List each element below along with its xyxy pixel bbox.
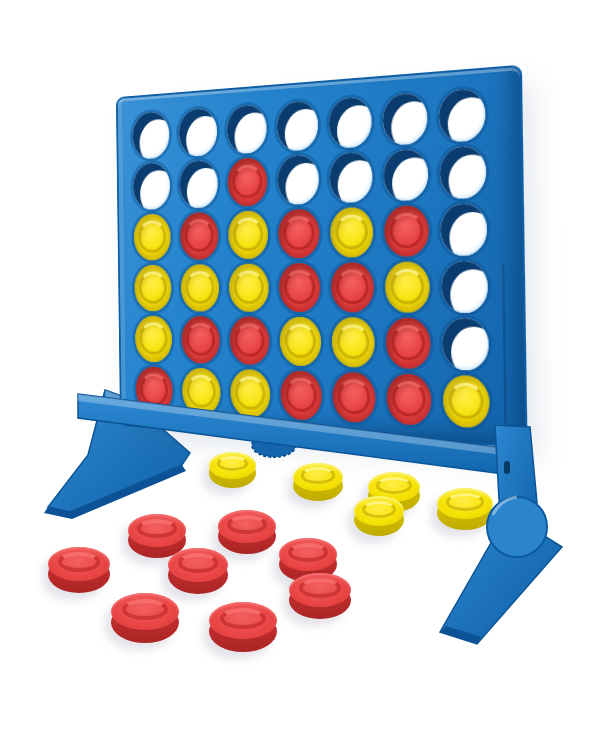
disc-ring (391, 325, 424, 361)
empty-hole (132, 111, 169, 159)
cell-r1c1[interactable] (128, 109, 175, 163)
disc-face (279, 538, 337, 571)
disc-ring (186, 271, 215, 304)
cell-r5c6[interactable] (380, 316, 437, 373)
red-disc (180, 212, 219, 260)
loose-red-disc-6[interactable] (289, 573, 351, 619)
connect-four-photo (0, 0, 600, 745)
empty-hole (277, 100, 319, 151)
cell-r3c4[interactable] (273, 206, 326, 261)
disc-ring (336, 269, 368, 304)
loose-red-disc-4[interactable] (168, 548, 228, 594)
yellow-disc (385, 261, 430, 312)
disc-ring (337, 324, 369, 359)
board-grid (128, 85, 497, 432)
cell-r3c7[interactable] (435, 201, 494, 260)
empty-hole (329, 151, 372, 203)
empty-hole (383, 149, 428, 202)
disc-ring (139, 271, 167, 303)
yellow-disc (332, 317, 375, 368)
red-disc (279, 263, 321, 312)
cell-r4c7[interactable] (436, 258, 495, 316)
disc-ring (233, 164, 263, 198)
disc-ring (299, 578, 341, 597)
cell-r2c1[interactable] (129, 160, 176, 213)
disc-ring (288, 543, 327, 562)
loose-red-disc-7[interactable] (111, 593, 179, 643)
disc-face (168, 548, 228, 582)
disc-face (209, 602, 277, 639)
disc-ring (390, 212, 423, 248)
cell-r1c5[interactable] (324, 94, 379, 152)
red-disc (278, 209, 320, 259)
disc-face (48, 547, 110, 581)
cell-r4c5[interactable] (326, 260, 381, 315)
cell-r1c3[interactable] (222, 102, 272, 158)
cell-r1c6[interactable] (377, 90, 434, 150)
yellow-disc (229, 263, 269, 311)
disc-ring (235, 323, 265, 357)
disc-ring (186, 323, 215, 356)
disc-ring (283, 216, 314, 250)
cell-r2c2[interactable] (175, 157, 224, 211)
disc-ring (234, 270, 264, 303)
red-disc (181, 316, 220, 364)
leg-slot (504, 461, 510, 474)
cell-r2c5[interactable] (324, 149, 379, 206)
disc-face (128, 514, 186, 547)
cell-r4c6[interactable] (380, 259, 437, 316)
disc-ring (138, 220, 166, 253)
red-disc (227, 157, 267, 207)
cell-r1c7[interactable] (433, 85, 492, 146)
disc-ring (227, 515, 266, 534)
cell-r1c2[interactable] (174, 105, 223, 160)
empty-hole (179, 160, 218, 209)
disc-ring (178, 553, 219, 572)
cell-r5c2[interactable] (177, 314, 226, 367)
disc-ring (391, 269, 424, 304)
empty-hole (440, 203, 487, 256)
disc-face (218, 510, 276, 543)
red-disc (384, 205, 429, 257)
disc-ring (336, 214, 368, 249)
disc-face (289, 573, 351, 607)
empty-hole (440, 145, 487, 199)
cell-r5c1[interactable] (131, 314, 178, 366)
cell-r5c5[interactable] (327, 315, 382, 371)
loose-red-disc-3[interactable] (48, 547, 110, 593)
empty-hole (442, 318, 489, 371)
cell-r3c2[interactable] (176, 210, 225, 263)
cell-r2c6[interactable] (378, 146, 435, 204)
cell-r3c6[interactable] (379, 203, 436, 260)
empty-hole (383, 92, 428, 146)
disc-ring (185, 219, 214, 252)
cell-r4c2[interactable] (176, 262, 225, 314)
cell-r3c3[interactable] (224, 208, 275, 262)
yellow-disc (228, 210, 268, 259)
empty-hole (133, 162, 170, 210)
cell-r5c3[interactable] (225, 314, 276, 368)
cell-r3c5[interactable] (325, 205, 380, 261)
empty-hole (227, 104, 267, 154)
cell-r4c1[interactable] (130, 263, 177, 314)
cell-r5c4[interactable] (275, 315, 328, 370)
empty-hole (441, 261, 488, 313)
disc-ring (285, 324, 316, 358)
red-disc (331, 262, 374, 312)
cell-r5c7[interactable] (437, 316, 496, 374)
empty-hole (277, 154, 319, 205)
cell-r2c7[interactable] (434, 143, 493, 203)
pivot-disc[interactable] (487, 497, 547, 557)
cell-r3c1[interactable] (129, 211, 176, 263)
disc-face (111, 593, 179, 630)
loose-yellow-disc-4[interactable] (354, 496, 404, 536)
right-stand-leg (430, 425, 570, 650)
yellow-disc (181, 264, 220, 311)
disc-ring (233, 217, 263, 251)
cell-r1c4[interactable] (272, 98, 324, 155)
disc-ring (220, 608, 266, 629)
disc-face (354, 496, 404, 526)
cell-r2c4[interactable] (273, 152, 325, 208)
cell-r4c3[interactable] (224, 261, 275, 314)
red-disc (386, 318, 431, 370)
disc-ring (122, 599, 168, 620)
yellow-disc (134, 213, 171, 260)
disc-ring (140, 322, 168, 354)
empty-hole (179, 108, 218, 157)
cell-r4c4[interactable] (274, 261, 327, 315)
yellow-disc (135, 316, 172, 363)
red-disc (230, 316, 270, 365)
empty-hole (439, 88, 486, 143)
loose-red-disc-8[interactable] (209, 602, 277, 652)
disc-ring (284, 270, 315, 304)
disc-ring (58, 552, 100, 571)
yellow-disc (280, 317, 322, 367)
disc-ring (362, 501, 396, 518)
yellow-disc (134, 265, 171, 312)
cell-r2c3[interactable] (223, 155, 273, 210)
empty-hole (329, 96, 372, 149)
yellow-disc (330, 207, 373, 258)
disc-ring (137, 519, 176, 538)
